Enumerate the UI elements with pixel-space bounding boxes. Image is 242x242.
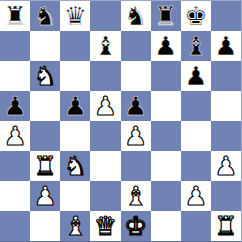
square-h1[interactable]: ♜ [211,211,241,241]
square-d2[interactable] [90,181,120,211]
square-g2[interactable]: ♟ [181,181,211,211]
square-g5[interactable] [181,91,211,121]
piece-white-king[interactable]: ♚ [124,211,147,241]
square-a5[interactable]: ♟ [0,91,30,121]
piece-white-pawn[interactable]: ♟ [94,91,117,121]
square-h7[interactable]: ♟ [211,31,241,61]
square-e8[interactable]: ♞ [121,1,151,31]
square-e7[interactable] [121,31,151,61]
square-f7[interactable]: ♟ [151,31,181,61]
piece-black-bishop[interactable]: ♝ [94,31,117,61]
piece-white-pawn[interactable]: ♟ [124,121,147,151]
square-b6[interactable]: ♞ [30,61,60,91]
square-b2[interactable]: ♟ [30,181,60,211]
square-d4[interactable] [90,121,120,151]
piece-white-rook[interactable]: ♜ [34,151,57,181]
piece-black-knight[interactable]: ♞ [34,1,57,31]
square-b8[interactable]: ♞ [30,1,60,31]
square-e2[interactable]: ♝ [121,181,151,211]
square-c8[interactable]: ♛ [60,1,90,31]
piece-white-rook[interactable]: ♜ [214,211,237,241]
piece-white-pawn[interactable]: ♟ [184,181,207,211]
square-f4[interactable] [151,121,181,151]
square-c3[interactable]: ♞ [60,151,90,181]
square-h4[interactable] [211,121,241,151]
square-g8[interactable]: ♚ [181,1,211,31]
square-b4[interactable] [30,121,60,151]
square-g4[interactable] [181,121,211,151]
piece-black-rook[interactable]: ♜ [3,1,26,31]
square-e3[interactable] [121,151,151,181]
piece-black-king[interactable]: ♚ [184,1,207,31]
piece-white-pawn[interactable]: ♟ [34,181,57,211]
chess-board: ♜♞♛♞♜♚♝♟♝♟♞♟♟♟♟♟♟♟♜♞♟♟♝♟♝♛♚♜ [0,0,242,242]
square-f6[interactable] [151,61,181,91]
square-d3[interactable] [90,151,120,181]
square-h3[interactable]: ♟ [211,151,241,181]
square-e6[interactable] [121,61,151,91]
piece-black-pawn[interactable]: ♟ [124,91,147,121]
square-e4[interactable]: ♟ [121,121,151,151]
piece-black-pawn[interactable]: ♟ [3,91,26,121]
piece-white-bishop[interactable]: ♝ [64,211,87,241]
square-h5[interactable] [211,91,241,121]
square-f5[interactable] [151,91,181,121]
square-h6[interactable] [211,61,241,91]
square-g3[interactable] [181,151,211,181]
square-d8[interactable] [90,1,120,31]
square-a6[interactable] [0,61,30,91]
square-a4[interactable]: ♟ [0,121,30,151]
piece-black-pawn[interactable]: ♟ [184,61,207,91]
square-a8[interactable]: ♜ [0,1,30,31]
square-a3[interactable] [0,151,30,181]
square-f8[interactable]: ♜ [151,1,181,31]
square-c4[interactable] [60,121,90,151]
piece-white-pawn[interactable]: ♟ [3,121,26,151]
square-d1[interactable]: ♛ [90,211,120,241]
square-d6[interactable] [90,61,120,91]
square-f2[interactable] [151,181,181,211]
square-b7[interactable] [30,31,60,61]
square-e1[interactable]: ♚ [121,211,151,241]
square-b5[interactable] [30,91,60,121]
square-d5[interactable]: ♟ [90,91,120,121]
square-g7[interactable]: ♝ [181,31,211,61]
piece-black-knight[interactable]: ♞ [124,1,147,31]
square-a2[interactable] [0,181,30,211]
square-g6[interactable]: ♟ [181,61,211,91]
piece-black-pawn[interactable]: ♟ [154,31,177,61]
square-d7[interactable]: ♝ [90,31,120,61]
square-h2[interactable] [211,181,241,211]
square-f1[interactable] [151,211,181,241]
square-a7[interactable] [0,31,30,61]
square-g1[interactable] [181,211,211,241]
square-b3[interactable]: ♜ [30,151,60,181]
square-b1[interactable] [30,211,60,241]
piece-black-bishop[interactable]: ♝ [184,31,207,61]
square-h8[interactable] [211,1,241,31]
square-e5[interactable]: ♟ [121,91,151,121]
piece-white-pawn[interactable]: ♟ [214,151,237,181]
piece-black-queen[interactable]: ♛ [64,1,87,31]
piece-white-knight[interactable]: ♞ [64,151,87,181]
square-c7[interactable] [60,31,90,61]
piece-black-pawn[interactable]: ♟ [64,91,87,121]
square-c6[interactable] [60,61,90,91]
piece-black-rook[interactable]: ♜ [154,1,177,31]
piece-black-pawn[interactable]: ♟ [214,31,237,61]
square-f3[interactable] [151,151,181,181]
piece-white-queen[interactable]: ♛ [94,211,117,241]
square-a1[interactable] [0,211,30,241]
piece-white-knight[interactable]: ♞ [34,61,57,91]
square-c1[interactable]: ♝ [60,211,90,241]
piece-white-bishop[interactable]: ♝ [124,181,147,211]
square-c2[interactable] [60,181,90,211]
square-c5[interactable]: ♟ [60,91,90,121]
